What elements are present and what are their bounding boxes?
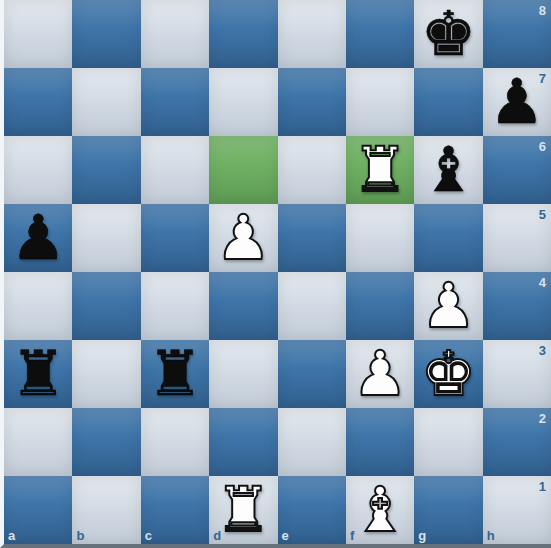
square-g1[interactable]: g: [414, 476, 482, 544]
square-e5[interactable]: [278, 204, 346, 272]
square-b2[interactable]: [72, 408, 140, 476]
file-label-c: c: [145, 529, 152, 542]
rank-label-7: 7: [539, 72, 546, 85]
square-h7[interactable]: ♟7: [483, 68, 551, 136]
file-label-d: d: [213, 529, 221, 542]
black-bishop[interactable]: ♝: [421, 136, 477, 204]
square-b4[interactable]: [72, 272, 140, 340]
square-a7[interactable]: [4, 68, 72, 136]
square-e3[interactable]: [278, 340, 346, 408]
chess-board: ♚8♟7♜♝6♟♟5♟4♜♜♟♚32abc♜de♝fg1h: [4, 0, 551, 544]
square-e2[interactable]: [278, 408, 346, 476]
square-h1[interactable]: 1h: [483, 476, 551, 544]
square-b3[interactable]: [72, 340, 140, 408]
rank-label-3: 3: [539, 344, 546, 357]
square-a6[interactable]: [4, 136, 72, 204]
square-e6[interactable]: [278, 136, 346, 204]
square-c8[interactable]: [141, 0, 209, 68]
square-h6[interactable]: 6: [483, 136, 551, 204]
square-a8[interactable]: [4, 0, 72, 68]
file-label-e: e: [282, 529, 289, 542]
square-e7[interactable]: [278, 68, 346, 136]
file-label-a: a: [8, 529, 15, 542]
square-d1[interactable]: ♜d: [209, 476, 277, 544]
square-e8[interactable]: [278, 0, 346, 68]
square-d8[interactable]: [209, 0, 277, 68]
square-a2[interactable]: [4, 408, 72, 476]
square-d6[interactable]: [209, 136, 277, 204]
file-label-h: h: [487, 529, 495, 542]
square-c4[interactable]: [141, 272, 209, 340]
white-rook[interactable]: ♜: [352, 136, 408, 204]
square-h3[interactable]: 3: [483, 340, 551, 408]
black-pawn[interactable]: ♟: [489, 68, 545, 136]
white-pawn[interactable]: ♟: [216, 204, 272, 272]
square-b5[interactable]: [72, 204, 140, 272]
square-d5[interactable]: ♟: [209, 204, 277, 272]
square-a5[interactable]: ♟: [4, 204, 72, 272]
square-f5[interactable]: [346, 204, 414, 272]
black-rook[interactable]: ♜: [147, 340, 203, 408]
file-label-g: g: [418, 529, 426, 542]
rank-label-4: 4: [539, 276, 546, 289]
square-b7[interactable]: [72, 68, 140, 136]
square-f1[interactable]: ♝f: [346, 476, 414, 544]
rank-label-1: 1: [539, 480, 546, 493]
square-g7[interactable]: [414, 68, 482, 136]
square-h8[interactable]: 8: [483, 0, 551, 68]
square-g6[interactable]: ♝: [414, 136, 482, 204]
square-f3[interactable]: ♟: [346, 340, 414, 408]
square-f7[interactable]: [346, 68, 414, 136]
square-h2[interactable]: 2: [483, 408, 551, 476]
square-d7[interactable]: [209, 68, 277, 136]
square-g5[interactable]: [414, 204, 482, 272]
square-c6[interactable]: [141, 136, 209, 204]
square-h5[interactable]: 5: [483, 204, 551, 272]
square-c5[interactable]: [141, 204, 209, 272]
square-g4[interactable]: ♟: [414, 272, 482, 340]
square-f8[interactable]: [346, 0, 414, 68]
rank-label-8: 8: [539, 4, 546, 17]
square-a4[interactable]: [4, 272, 72, 340]
square-f2[interactable]: [346, 408, 414, 476]
square-f4[interactable]: [346, 272, 414, 340]
square-f6[interactable]: ♜: [346, 136, 414, 204]
square-c2[interactable]: [141, 408, 209, 476]
black-pawn[interactable]: ♟: [10, 204, 66, 272]
file-label-f: f: [350, 529, 354, 542]
square-c1[interactable]: c: [141, 476, 209, 544]
square-a3[interactable]: ♜: [4, 340, 72, 408]
square-g2[interactable]: [414, 408, 482, 476]
square-d4[interactable]: [209, 272, 277, 340]
rank-label-6: 6: [539, 140, 546, 153]
square-e1[interactable]: e: [278, 476, 346, 544]
square-h4[interactable]: 4: [483, 272, 551, 340]
rank-label-2: 2: [539, 412, 546, 425]
square-a1[interactable]: a: [4, 476, 72, 544]
square-g8[interactable]: ♚: [414, 0, 482, 68]
white-bishop[interactable]: ♝: [352, 476, 408, 544]
square-d2[interactable]: [209, 408, 277, 476]
rank-label-5: 5: [539, 208, 546, 221]
white-pawn[interactable]: ♟: [352, 340, 408, 408]
board-frame: ♚8♟7♜♝6♟♟5♟4♜♜♟♚32abc♜de♝fg1h: [0, 0, 551, 548]
square-d3[interactable]: [209, 340, 277, 408]
square-b8[interactable]: [72, 0, 140, 68]
black-rook[interactable]: ♜: [10, 340, 66, 408]
square-c7[interactable]: [141, 68, 209, 136]
square-c3[interactable]: ♜: [141, 340, 209, 408]
white-king[interactable]: ♚: [421, 340, 477, 408]
white-pawn[interactable]: ♟: [421, 272, 477, 340]
white-rook[interactable]: ♜: [216, 476, 272, 544]
square-g3[interactable]: ♚: [414, 340, 482, 408]
square-e4[interactable]: [278, 272, 346, 340]
black-king[interactable]: ♚: [421, 0, 477, 68]
file-label-b: b: [76, 529, 84, 542]
square-b1[interactable]: b: [72, 476, 140, 544]
square-b6[interactable]: [72, 136, 140, 204]
